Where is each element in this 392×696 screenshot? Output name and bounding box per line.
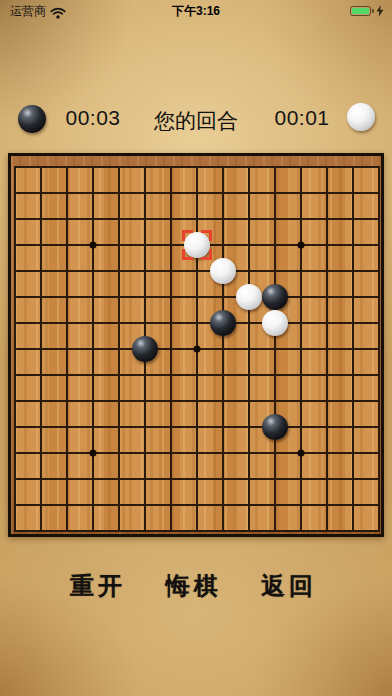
black-stone — [262, 414, 288, 440]
grid-line — [222, 166, 224, 532]
black-stone-icon — [18, 105, 46, 133]
battery-icon — [350, 5, 384, 17]
game-board — [8, 153, 384, 537]
undo-button[interactable]: 悔棋 — [158, 570, 230, 602]
grid-line — [14, 530, 380, 533]
turn-label: 您的回合 — [136, 107, 256, 135]
white-clock: 00:01 — [270, 106, 334, 130]
white-stone — [262, 310, 288, 336]
grid-line — [14, 374, 380, 376]
grid-line — [14, 426, 380, 428]
star-point — [298, 242, 305, 249]
grid-line — [14, 452, 380, 454]
black-stone — [262, 284, 288, 310]
status-bar: 运营商 下午3:16 — [0, 0, 392, 20]
star-point — [90, 242, 97, 249]
board-grid[interactable] — [15, 167, 379, 531]
grid-line — [248, 166, 250, 532]
restart-button[interactable]: 重开 — [62, 570, 134, 602]
star-point — [90, 450, 97, 457]
grid-line — [352, 166, 354, 532]
status-time: 下午3:16 — [0, 3, 392, 20]
grid-line — [300, 166, 302, 532]
grid-line — [378, 166, 381, 532]
star-point — [194, 346, 201, 353]
black-stone — [210, 310, 236, 336]
white-stone-icon — [347, 103, 375, 131]
white-stone — [236, 284, 262, 310]
black-clock: 00:03 — [61, 106, 125, 130]
white-stone — [210, 258, 236, 284]
charging-bolt-icon — [376, 5, 384, 17]
grid-line — [14, 504, 380, 506]
app-screen: 运营商 下午3:16 00:03 您的回合 00:01 重开 悔棋 — [0, 0, 392, 696]
grid-line — [326, 166, 328, 532]
grid-line — [14, 478, 380, 480]
back-button[interactable]: 返回 — [253, 570, 325, 602]
white-stone — [184, 232, 210, 258]
black-stone — [132, 336, 158, 362]
star-point — [298, 450, 305, 457]
grid-line — [274, 166, 276, 532]
grid-line — [14, 400, 380, 402]
